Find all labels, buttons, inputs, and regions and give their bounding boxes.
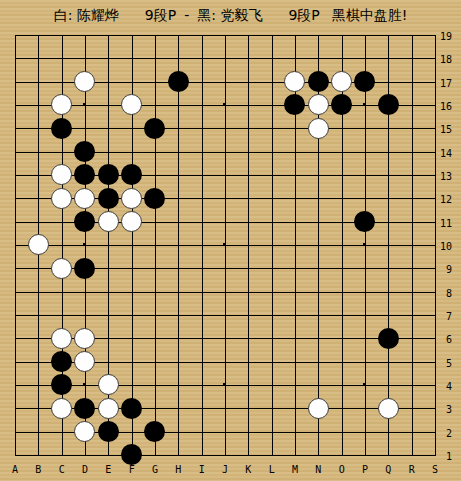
board-intersection[interactable] — [283, 23, 306, 46]
board-intersection[interactable] — [120, 93, 143, 116]
board-intersection[interactable] — [330, 47, 353, 70]
board-intersection[interactable] — [330, 397, 353, 420]
board-intersection[interactable] — [377, 70, 400, 93]
board-intersection[interactable] — [97, 70, 120, 93]
board-intersection[interactable] — [143, 210, 166, 233]
board-intersection[interactable] — [27, 397, 50, 420]
board-intersection[interactable] — [3, 373, 26, 396]
board-intersection[interactable] — [353, 47, 376, 70]
board-intersection[interactable] — [307, 93, 330, 116]
board-intersection[interactable] — [423, 257, 446, 280]
black-stone[interactable] — [74, 398, 95, 419]
board-intersection[interactable] — [73, 350, 96, 373]
board-intersection[interactable] — [307, 397, 330, 420]
board-intersection[interactable] — [50, 163, 73, 186]
board-intersection[interactable] — [260, 303, 283, 326]
board-intersection[interactable] — [50, 70, 73, 93]
board-intersection[interactable] — [73, 420, 96, 443]
board-intersection[interactable] — [353, 140, 376, 163]
board-intersection[interactable] — [143, 117, 166, 140]
board-intersection[interactable] — [190, 373, 213, 396]
board-intersection[interactable] — [3, 93, 26, 116]
board-intersection[interactable] — [50, 210, 73, 233]
board-intersection[interactable] — [97, 257, 120, 280]
board-intersection[interactable] — [73, 280, 96, 303]
board-intersection[interactable] — [423, 327, 446, 350]
board-intersection[interactable] — [283, 233, 306, 256]
board-intersection[interactable] — [190, 350, 213, 373]
board-intersection[interactable] — [50, 327, 73, 350]
board-intersection[interactable] — [27, 140, 50, 163]
board-intersection[interactable] — [50, 303, 73, 326]
board-intersection[interactable] — [330, 303, 353, 326]
board-intersection[interactable] — [330, 420, 353, 443]
board-intersection[interactable] — [97, 163, 120, 186]
board-intersection[interactable] — [237, 47, 260, 70]
board-intersection[interactable] — [330, 350, 353, 373]
board-intersection[interactable] — [50, 93, 73, 116]
board-intersection[interactable] — [167, 93, 190, 116]
board-intersection[interactable] — [260, 163, 283, 186]
board-intersection[interactable] — [120, 233, 143, 256]
board-intersection[interactable] — [167, 327, 190, 350]
board-intersection[interactable] — [120, 350, 143, 373]
board-intersection[interactable] — [97, 373, 120, 396]
board-intersection[interactable] — [213, 350, 236, 373]
board-intersection[interactable] — [330, 373, 353, 396]
board-intersection[interactable] — [213, 187, 236, 210]
board-intersection[interactable] — [213, 280, 236, 303]
board-intersection[interactable] — [213, 163, 236, 186]
board-intersection[interactable] — [73, 303, 96, 326]
board-intersection[interactable] — [27, 303, 50, 326]
board-intersection[interactable] — [307, 350, 330, 373]
board-intersection[interactable] — [167, 140, 190, 163]
board-intersection[interactable] — [27, 373, 50, 396]
white-stone[interactable] — [51, 258, 72, 279]
board-intersection[interactable] — [120, 70, 143, 93]
board-intersection[interactable] — [50, 233, 73, 256]
board-intersection[interactable] — [143, 70, 166, 93]
board-intersection[interactable] — [97, 350, 120, 373]
board-intersection[interactable] — [190, 47, 213, 70]
board-intersection[interactable] — [307, 140, 330, 163]
board-intersection[interactable] — [330, 327, 353, 350]
black-stone[interactable] — [378, 328, 399, 349]
board-intersection[interactable] — [260, 257, 283, 280]
board-intersection[interactable] — [237, 140, 260, 163]
board-intersection[interactable] — [400, 280, 423, 303]
board-intersection[interactable] — [190, 187, 213, 210]
white-stone[interactable] — [308, 398, 329, 419]
board-intersection[interactable] — [73, 93, 96, 116]
black-stone[interactable] — [74, 141, 95, 162]
board-intersection[interactable] — [423, 373, 446, 396]
board-intersection[interactable] — [283, 257, 306, 280]
board-intersection[interactable] — [167, 163, 190, 186]
board-intersection[interactable] — [330, 23, 353, 46]
board-intersection[interactable] — [50, 257, 73, 280]
board-intersection[interactable] — [27, 93, 50, 116]
board-intersection[interactable] — [353, 70, 376, 93]
board-intersection[interactable] — [260, 397, 283, 420]
board-intersection[interactable] — [307, 187, 330, 210]
board-intersection[interactable] — [97, 280, 120, 303]
board-intersection[interactable] — [50, 23, 73, 46]
board-intersection[interactable] — [143, 420, 166, 443]
board-intersection[interactable] — [330, 117, 353, 140]
board-intersection[interactable] — [190, 140, 213, 163]
black-stone[interactable] — [308, 71, 329, 92]
board-intersection[interactable] — [97, 93, 120, 116]
black-stone[interactable] — [51, 351, 72, 372]
board-intersection[interactable] — [167, 303, 190, 326]
board-intersection[interactable] — [260, 117, 283, 140]
board-intersection[interactable] — [3, 327, 26, 350]
board-intersection[interactable] — [120, 117, 143, 140]
board-intersection[interactable] — [237, 327, 260, 350]
board-intersection[interactable] — [237, 163, 260, 186]
board-intersection[interactable] — [190, 420, 213, 443]
board-intersection[interactable] — [377, 327, 400, 350]
board-intersection[interactable] — [377, 93, 400, 116]
board-intersection[interactable] — [167, 350, 190, 373]
board-intersection[interactable] — [260, 23, 283, 46]
board-intersection[interactable] — [423, 397, 446, 420]
board-intersection[interactable] — [237, 23, 260, 46]
board-intersection[interactable] — [143, 163, 166, 186]
board-intersection[interactable] — [120, 397, 143, 420]
board-intersection[interactable] — [400, 257, 423, 280]
board-intersection[interactable] — [213, 210, 236, 233]
board-intersection[interactable] — [237, 397, 260, 420]
board-intersection[interactable] — [190, 397, 213, 420]
board-intersection[interactable] — [97, 397, 120, 420]
board-intersection[interactable] — [260, 350, 283, 373]
black-stone[interactable] — [98, 421, 119, 442]
board-intersection[interactable] — [353, 210, 376, 233]
board-intersection[interactable] — [283, 140, 306, 163]
board-intersection[interactable] — [167, 373, 190, 396]
board-intersection[interactable] — [400, 210, 423, 233]
board-intersection[interactable] — [73, 117, 96, 140]
board-intersection[interactable] — [27, 70, 50, 93]
board-intersection[interactable] — [190, 233, 213, 256]
black-stone[interactable] — [284, 94, 305, 115]
board-intersection[interactable] — [237, 303, 260, 326]
board-intersection[interactable] — [330, 163, 353, 186]
board-intersection[interactable] — [260, 70, 283, 93]
board-intersection[interactable] — [213, 47, 236, 70]
board-intersection[interactable] — [120, 420, 143, 443]
white-stone[interactable] — [74, 328, 95, 349]
board-intersection[interactable] — [3, 23, 26, 46]
board-intersection[interactable] — [50, 373, 73, 396]
board-intersection[interactable] — [213, 327, 236, 350]
board-intersection[interactable] — [237, 233, 260, 256]
go-board[interactable] — [3, 23, 446, 466]
white-stone[interactable] — [51, 94, 72, 115]
board-intersection[interactable] — [283, 327, 306, 350]
board-intersection[interactable] — [353, 303, 376, 326]
board-intersection[interactable] — [377, 280, 400, 303]
board-intersection[interactable] — [283, 373, 306, 396]
board-intersection[interactable] — [3, 280, 26, 303]
board-intersection[interactable] — [97, 210, 120, 233]
board-intersection[interactable] — [283, 117, 306, 140]
board-intersection[interactable] — [73, 163, 96, 186]
board-intersection[interactable] — [213, 70, 236, 93]
board-intersection[interactable] — [260, 420, 283, 443]
board-intersection[interactable] — [190, 257, 213, 280]
black-stone[interactable] — [98, 188, 119, 209]
board-intersection[interactable] — [237, 350, 260, 373]
board-intersection[interactable] — [120, 327, 143, 350]
board-intersection[interactable] — [237, 420, 260, 443]
black-stone[interactable] — [74, 211, 95, 232]
board-intersection[interactable] — [377, 117, 400, 140]
board-intersection[interactable] — [307, 23, 330, 46]
black-stone[interactable] — [144, 118, 165, 139]
board-intersection[interactable] — [190, 70, 213, 93]
white-stone[interactable] — [121, 211, 142, 232]
white-stone[interactable] — [51, 164, 72, 185]
board-intersection[interactable] — [27, 163, 50, 186]
board-intersection[interactable] — [423, 350, 446, 373]
white-stone[interactable] — [98, 211, 119, 232]
board-intersection[interactable] — [3, 140, 26, 163]
board-intersection[interactable] — [237, 187, 260, 210]
board-intersection[interactable] — [143, 350, 166, 373]
board-intersection[interactable] — [330, 93, 353, 116]
board-intersection[interactable] — [423, 280, 446, 303]
board-intersection[interactable] — [353, 187, 376, 210]
board-intersection[interactable] — [377, 303, 400, 326]
board-intersection[interactable] — [237, 280, 260, 303]
board-intersection[interactable] — [353, 327, 376, 350]
board-intersection[interactable] — [400, 420, 423, 443]
board-intersection[interactable] — [27, 117, 50, 140]
board-intersection[interactable] — [97, 47, 120, 70]
board-intersection[interactable] — [213, 23, 236, 46]
board-intersection[interactable] — [260, 47, 283, 70]
board-intersection[interactable] — [237, 117, 260, 140]
board-intersection[interactable] — [400, 23, 423, 46]
white-stone[interactable] — [121, 94, 142, 115]
board-intersection[interactable] — [27, 350, 50, 373]
board-intersection[interactable] — [143, 303, 166, 326]
white-stone[interactable] — [331, 71, 352, 92]
board-intersection[interactable] — [167, 187, 190, 210]
board-intersection[interactable] — [167, 47, 190, 70]
board-intersection[interactable] — [400, 187, 423, 210]
board-intersection[interactable] — [143, 187, 166, 210]
board-intersection[interactable] — [283, 350, 306, 373]
board-intersection[interactable] — [50, 47, 73, 70]
board-intersection[interactable] — [167, 420, 190, 443]
board-intersection[interactable] — [283, 187, 306, 210]
white-stone[interactable] — [74, 351, 95, 372]
board-intersection[interactable] — [143, 397, 166, 420]
board-intersection[interactable] — [213, 257, 236, 280]
board-intersection[interactable] — [307, 257, 330, 280]
board-intersection[interactable] — [73, 47, 96, 70]
board-intersection[interactable] — [120, 163, 143, 186]
board-intersection[interactable] — [213, 397, 236, 420]
white-stone[interactable] — [51, 398, 72, 419]
board-intersection[interactable] — [3, 70, 26, 93]
board-intersection[interactable] — [27, 420, 50, 443]
board-intersection[interactable] — [307, 233, 330, 256]
black-stone[interactable] — [121, 398, 142, 419]
board-intersection[interactable] — [377, 23, 400, 46]
board-intersection[interactable] — [307, 420, 330, 443]
board-intersection[interactable] — [120, 210, 143, 233]
white-stone[interactable] — [74, 188, 95, 209]
board-intersection[interactable] — [73, 210, 96, 233]
black-stone[interactable] — [121, 444, 142, 465]
board-intersection[interactable] — [73, 327, 96, 350]
board-intersection[interactable] — [283, 70, 306, 93]
board-intersection[interactable] — [3, 47, 26, 70]
white-stone[interactable] — [308, 118, 329, 139]
board-intersection[interactable] — [3, 210, 26, 233]
board-intersection[interactable] — [260, 187, 283, 210]
board-intersection[interactable] — [143, 140, 166, 163]
board-intersection[interactable] — [400, 303, 423, 326]
board-intersection[interactable] — [260, 373, 283, 396]
board-intersection[interactable] — [377, 163, 400, 186]
board-intersection[interactable] — [330, 70, 353, 93]
board-intersection[interactable] — [260, 93, 283, 116]
board-intersection[interactable] — [143, 257, 166, 280]
black-stone[interactable] — [354, 211, 375, 232]
board-intersection[interactable] — [353, 23, 376, 46]
board-intersection[interactable] — [27, 327, 50, 350]
board-intersection[interactable] — [213, 303, 236, 326]
board-intersection[interactable] — [167, 280, 190, 303]
board-intersection[interactable] — [73, 187, 96, 210]
board-intersection[interactable] — [400, 397, 423, 420]
board-intersection[interactable] — [330, 257, 353, 280]
board-intersection[interactable] — [307, 163, 330, 186]
board-intersection[interactable] — [237, 373, 260, 396]
board-intersection[interactable] — [377, 373, 400, 396]
board-intersection[interactable] — [50, 420, 73, 443]
board-intersection[interactable] — [3, 420, 26, 443]
board-intersection[interactable] — [307, 327, 330, 350]
board-intersection[interactable] — [190, 210, 213, 233]
board-intersection[interactable] — [120, 257, 143, 280]
board-intersection[interactable] — [3, 117, 26, 140]
board-intersection[interactable] — [27, 280, 50, 303]
white-stone[interactable] — [51, 188, 72, 209]
board-intersection[interactable] — [120, 140, 143, 163]
board-intersection[interactable] — [97, 23, 120, 46]
board-intersection[interactable] — [27, 257, 50, 280]
board-intersection[interactable] — [283, 303, 306, 326]
board-intersection[interactable] — [190, 327, 213, 350]
board-intersection[interactable] — [400, 163, 423, 186]
board-intersection[interactable] — [260, 327, 283, 350]
board-intersection[interactable] — [307, 303, 330, 326]
white-stone[interactable] — [284, 71, 305, 92]
board-intersection[interactable] — [213, 373, 236, 396]
board-intersection[interactable] — [330, 140, 353, 163]
white-stone[interactable] — [74, 71, 95, 92]
board-intersection[interactable] — [283, 163, 306, 186]
board-intersection[interactable] — [50, 187, 73, 210]
white-stone[interactable] — [121, 188, 142, 209]
board-intersection[interactable] — [377, 257, 400, 280]
board-intersection[interactable] — [353, 117, 376, 140]
board-intersection[interactable] — [167, 210, 190, 233]
board-intersection[interactable] — [27, 47, 50, 70]
board-intersection[interactable] — [307, 280, 330, 303]
board-intersection[interactable] — [167, 397, 190, 420]
white-stone[interactable] — [98, 398, 119, 419]
board-intersection[interactable] — [237, 70, 260, 93]
white-stone[interactable] — [74, 421, 95, 442]
white-stone[interactable] — [308, 94, 329, 115]
board-intersection[interactable] — [120, 47, 143, 70]
board-intersection[interactable] — [237, 257, 260, 280]
board-intersection[interactable] — [353, 350, 376, 373]
board-intersection[interactable] — [167, 117, 190, 140]
board-intersection[interactable] — [143, 327, 166, 350]
board-intersection[interactable] — [190, 23, 213, 46]
black-stone[interactable] — [378, 94, 399, 115]
black-stone[interactable] — [144, 188, 165, 209]
board-intersection[interactable] — [73, 23, 96, 46]
black-stone[interactable] — [51, 118, 72, 139]
board-intersection[interactable] — [307, 70, 330, 93]
white-stone[interactable] — [378, 398, 399, 419]
board-intersection[interactable] — [283, 420, 306, 443]
board-intersection[interactable] — [353, 233, 376, 256]
board-intersection[interactable] — [73, 140, 96, 163]
board-intersection[interactable] — [27, 233, 50, 256]
board-intersection[interactable] — [283, 47, 306, 70]
board-intersection[interactable] — [377, 47, 400, 70]
board-intersection[interactable] — [97, 327, 120, 350]
board-intersection[interactable] — [213, 117, 236, 140]
board-intersection[interactable] — [307, 210, 330, 233]
board-intersection[interactable] — [260, 140, 283, 163]
board-intersection[interactable] — [3, 187, 26, 210]
board-intersection[interactable] — [377, 210, 400, 233]
board-intersection[interactable] — [330, 210, 353, 233]
board-intersection[interactable] — [190, 93, 213, 116]
board-intersection[interactable] — [120, 187, 143, 210]
board-intersection[interactable] — [353, 373, 376, 396]
board-intersection[interactable] — [260, 280, 283, 303]
board-intersection[interactable] — [330, 233, 353, 256]
board-intersection[interactable] — [283, 280, 306, 303]
board-intersection[interactable] — [423, 303, 446, 326]
board-intersection[interactable] — [283, 210, 306, 233]
board-intersection[interactable] — [120, 280, 143, 303]
board-intersection[interactable] — [330, 187, 353, 210]
board-intersection[interactable] — [73, 70, 96, 93]
black-stone[interactable] — [74, 258, 95, 279]
black-stone[interactable] — [144, 421, 165, 442]
board-intersection[interactable] — [143, 233, 166, 256]
board-intersection[interactable] — [3, 233, 26, 256]
board-intersection[interactable] — [213, 233, 236, 256]
board-intersection[interactable] — [400, 373, 423, 396]
board-intersection[interactable] — [353, 280, 376, 303]
